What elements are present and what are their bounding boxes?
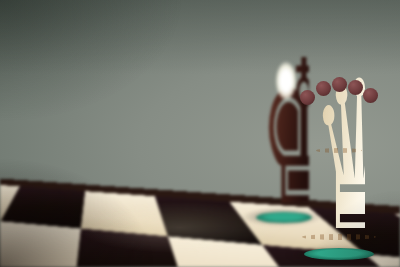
queen-crown-ball [316, 81, 331, 96]
queen-base-carving [302, 234, 376, 240]
board-square [0, 221, 81, 267]
queen-collar-carving [316, 148, 362, 153]
queen-crown-ball [348, 80, 363, 95]
light-queen-piece: ♛ [286, 74, 390, 264]
queen-crown-ball [332, 77, 347, 92]
chess-photo-scene: ♚ ♛ [0, 0, 400, 267]
queen-crown-ball [300, 90, 315, 105]
queen-crown-ball [363, 88, 378, 103]
